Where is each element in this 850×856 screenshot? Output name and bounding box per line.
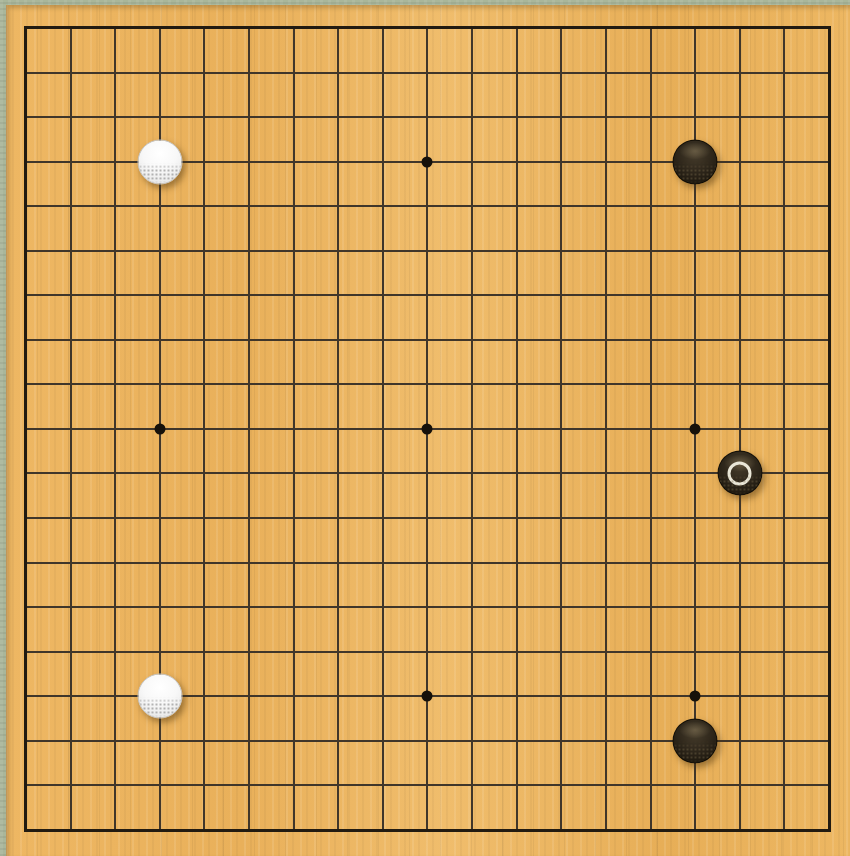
- intersection[interactable]: [494, 585, 539, 630]
- intersection[interactable]: [807, 139, 850, 184]
- intersection[interactable]: [93, 362, 138, 407]
- intersection[interactable]: [4, 496, 49, 541]
- intersection[interactable]: [4, 95, 49, 140]
- intersection[interactable]: [138, 273, 183, 318]
- intersection[interactable]: [717, 139, 762, 184]
- intersection[interactable]: [271, 718, 316, 763]
- intersection[interactable]: [227, 407, 272, 452]
- intersection[interactable]: [361, 273, 406, 318]
- intersection[interactable]: [450, 808, 495, 853]
- intersection[interactable]: [494, 95, 539, 140]
- intersection[interactable]: [628, 273, 673, 318]
- intersection[interactable]: [673, 451, 718, 496]
- intersection[interactable]: [584, 50, 629, 95]
- intersection[interactable]: [673, 318, 718, 363]
- intersection[interactable]: [539, 184, 584, 229]
- intersection[interactable]: [762, 50, 807, 95]
- intersection[interactable]: [48, 228, 93, 273]
- intersection[interactable]: [48, 718, 93, 763]
- intersection[interactable]: [48, 585, 93, 630]
- intersection[interactable]: [316, 496, 361, 541]
- intersection[interactable]: [182, 763, 227, 808]
- intersection[interactable]: [494, 228, 539, 273]
- intersection[interactable]: [316, 228, 361, 273]
- intersection[interactable]: [227, 674, 272, 719]
- intersection[interactable]: [450, 763, 495, 808]
- intersection[interactable]: [673, 139, 718, 184]
- intersection[interactable]: [762, 808, 807, 853]
- intersection[interactable]: [4, 763, 49, 808]
- intersection[interactable]: [584, 228, 629, 273]
- intersection[interactable]: [182, 184, 227, 229]
- intersection[interactable]: [182, 808, 227, 853]
- intersection[interactable]: [138, 540, 183, 585]
- intersection[interactable]: [361, 50, 406, 95]
- intersection[interactable]: [405, 718, 450, 763]
- intersection[interactable]: [539, 674, 584, 719]
- intersection[interactable]: [182, 674, 227, 719]
- intersection[interactable]: [316, 540, 361, 585]
- intersection[interactable]: [4, 318, 49, 363]
- intersection[interactable]: [807, 362, 850, 407]
- intersection[interactable]: [48, 318, 93, 363]
- intersection[interactable]: [361, 228, 406, 273]
- intersection[interactable]: [405, 50, 450, 95]
- intersection[interactable]: [93, 540, 138, 585]
- intersection[interactable]: [762, 273, 807, 318]
- intersection[interactable]: [138, 184, 183, 229]
- intersection[interactable]: [48, 139, 93, 184]
- intersection[interactable]: [93, 496, 138, 541]
- intersection[interactable]: [271, 674, 316, 719]
- intersection[interactable]: [807, 50, 850, 95]
- intersection[interactable]: [271, 496, 316, 541]
- intersection[interactable]: [182, 228, 227, 273]
- intersection[interactable]: [405, 763, 450, 808]
- intersection[interactable]: [138, 407, 183, 452]
- intersection[interactable]: [628, 318, 673, 363]
- intersection[interactable]: [138, 6, 183, 51]
- intersection[interactable]: [762, 540, 807, 585]
- intersection[interactable]: [717, 451, 762, 496]
- intersection[interactable]: [717, 496, 762, 541]
- intersection[interactable]: [138, 808, 183, 853]
- intersection[interactable]: [4, 718, 49, 763]
- intersection[interactable]: [138, 362, 183, 407]
- intersection[interactable]: [182, 273, 227, 318]
- intersection[interactable]: [628, 540, 673, 585]
- intersection[interactable]: [182, 451, 227, 496]
- intersection[interactable]: [539, 540, 584, 585]
- intersection[interactable]: [48, 496, 93, 541]
- intersection[interactable]: [361, 585, 406, 630]
- intersection[interactable]: [93, 273, 138, 318]
- intersection[interactable]: [717, 95, 762, 140]
- intersection[interactable]: [807, 273, 850, 318]
- intersection[interactable]: [628, 6, 673, 51]
- intersection[interactable]: [584, 451, 629, 496]
- intersection[interactable]: [271, 808, 316, 853]
- intersection[interactable]: [717, 273, 762, 318]
- intersection[interactable]: [361, 451, 406, 496]
- intersection[interactable]: [494, 50, 539, 95]
- intersection[interactable]: [450, 585, 495, 630]
- intersection[interactable]: [271, 763, 316, 808]
- intersection[interactable]: [4, 451, 49, 496]
- intersection[interactable]: [539, 50, 584, 95]
- intersection[interactable]: [4, 184, 49, 229]
- intersection[interactable]: [584, 496, 629, 541]
- intersection[interactable]: [138, 318, 183, 363]
- intersection[interactable]: [4, 362, 49, 407]
- intersection[interactable]: [673, 273, 718, 318]
- intersection[interactable]: [271, 273, 316, 318]
- intersection[interactable]: [93, 763, 138, 808]
- intersection[interactable]: [717, 318, 762, 363]
- intersection[interactable]: [450, 629, 495, 674]
- intersection[interactable]: [628, 674, 673, 719]
- intersection[interactable]: [450, 50, 495, 95]
- intersection[interactable]: [807, 407, 850, 452]
- intersection[interactable]: [717, 228, 762, 273]
- intersection[interactable]: [584, 362, 629, 407]
- intersection[interactable]: [673, 629, 718, 674]
- intersection[interactable]: [717, 718, 762, 763]
- intersection[interactable]: [807, 674, 850, 719]
- intersection[interactable]: [93, 808, 138, 853]
- intersection[interactable]: [494, 763, 539, 808]
- intersection[interactable]: [673, 674, 718, 719]
- intersection[interactable]: [628, 184, 673, 229]
- intersection[interactable]: [539, 318, 584, 363]
- intersection[interactable]: [717, 808, 762, 853]
- intersection[interactable]: [4, 674, 49, 719]
- intersection[interactable]: [539, 139, 584, 184]
- intersection[interactable]: [584, 273, 629, 318]
- intersection[interactable]: [227, 540, 272, 585]
- intersection[interactable]: [494, 184, 539, 229]
- intersection[interactable]: [182, 6, 227, 51]
- intersection[interactable]: [628, 228, 673, 273]
- intersection[interactable]: [762, 318, 807, 363]
- intersection[interactable]: [271, 585, 316, 630]
- intersection[interactable]: [450, 451, 495, 496]
- intersection[interactable]: [227, 184, 272, 229]
- intersection[interactable]: [361, 407, 406, 452]
- intersection[interactable]: [673, 407, 718, 452]
- intersection[interactable]: [405, 6, 450, 51]
- intersection[interactable]: [361, 718, 406, 763]
- intersection[interactable]: [717, 184, 762, 229]
- intersection[interactable]: [628, 95, 673, 140]
- intersection[interactable]: [762, 95, 807, 140]
- intersection[interactable]: [762, 674, 807, 719]
- intersection[interactable]: [628, 763, 673, 808]
- intersection[interactable]: [48, 540, 93, 585]
- intersection[interactable]: [584, 808, 629, 853]
- intersection[interactable]: [807, 451, 850, 496]
- intersection[interactable]: [539, 585, 584, 630]
- intersection[interactable]: [361, 540, 406, 585]
- intersection[interactable]: [271, 629, 316, 674]
- intersection[interactable]: [584, 674, 629, 719]
- intersection[interactable]: [361, 6, 406, 51]
- intersection[interactable]: [494, 318, 539, 363]
- intersection[interactable]: [494, 451, 539, 496]
- intersection[interactable]: [762, 407, 807, 452]
- intersection[interactable]: [450, 228, 495, 273]
- intersection[interactable]: [48, 273, 93, 318]
- intersection[interactable]: [405, 674, 450, 719]
- intersection[interactable]: [138, 674, 183, 719]
- intersection[interactable]: [628, 629, 673, 674]
- intersection[interactable]: [673, 808, 718, 853]
- intersection[interactable]: [93, 139, 138, 184]
- intersection[interactable]: [539, 763, 584, 808]
- intersection[interactable]: [539, 718, 584, 763]
- intersection[interactable]: [316, 273, 361, 318]
- intersection[interactable]: [584, 95, 629, 140]
- intersection[interactable]: [673, 763, 718, 808]
- intersection[interactable]: [48, 50, 93, 95]
- intersection[interactable]: [405, 407, 450, 452]
- intersection[interactable]: [4, 808, 49, 853]
- intersection[interactable]: [450, 407, 495, 452]
- intersection[interactable]: [4, 228, 49, 273]
- intersection[interactable]: [405, 629, 450, 674]
- intersection[interactable]: [227, 95, 272, 140]
- intersection[interactable]: [182, 50, 227, 95]
- intersection[interactable]: [271, 318, 316, 363]
- intersection[interactable]: [494, 6, 539, 51]
- intersection[interactable]: [584, 6, 629, 51]
- intersection[interactable]: [316, 808, 361, 853]
- intersection[interactable]: [494, 718, 539, 763]
- black-stone[interactable]: [717, 451, 762, 496]
- intersection[interactable]: [717, 674, 762, 719]
- intersection[interactable]: [539, 228, 584, 273]
- intersection[interactable]: [584, 139, 629, 184]
- intersection[interactable]: [361, 808, 406, 853]
- intersection[interactable]: [539, 496, 584, 541]
- intersection[interactable]: [316, 407, 361, 452]
- intersection[interactable]: [673, 585, 718, 630]
- intersection[interactable]: [227, 718, 272, 763]
- intersection[interactable]: [450, 318, 495, 363]
- intersection[interactable]: [48, 674, 93, 719]
- intersection[interactable]: [494, 407, 539, 452]
- intersection[interactable]: [138, 496, 183, 541]
- intersection[interactable]: [628, 50, 673, 95]
- intersection[interactable]: [48, 362, 93, 407]
- intersection[interactable]: [93, 50, 138, 95]
- intersection[interactable]: [494, 362, 539, 407]
- intersection[interactable]: [271, 540, 316, 585]
- intersection[interactable]: [405, 95, 450, 140]
- intersection[interactable]: [271, 228, 316, 273]
- intersection[interactable]: [807, 496, 850, 541]
- intersection[interactable]: [138, 228, 183, 273]
- intersection[interactable]: [182, 318, 227, 363]
- intersection[interactable]: [584, 629, 629, 674]
- white-stone[interactable]: [137, 674, 182, 719]
- intersection[interactable]: [539, 407, 584, 452]
- intersection[interactable]: [4, 629, 49, 674]
- intersection[interactable]: [182, 95, 227, 140]
- intersection[interactable]: [673, 362, 718, 407]
- intersection[interactable]: [361, 318, 406, 363]
- intersection[interactable]: [4, 6, 49, 51]
- intersection[interactable]: [271, 451, 316, 496]
- intersection[interactable]: [316, 95, 361, 140]
- intersection[interactable]: [316, 362, 361, 407]
- intersection[interactable]: [316, 585, 361, 630]
- intersection[interactable]: [4, 139, 49, 184]
- intersection[interactable]: [48, 808, 93, 853]
- intersection[interactable]: [316, 718, 361, 763]
- intersection[interactable]: [762, 496, 807, 541]
- intersection[interactable]: [405, 362, 450, 407]
- intersection[interactable]: [48, 184, 93, 229]
- intersection[interactable]: [807, 95, 850, 140]
- intersection[interactable]: [361, 496, 406, 541]
- black-stone[interactable]: [673, 139, 718, 184]
- intersection[interactable]: [584, 540, 629, 585]
- intersection[interactable]: [4, 50, 49, 95]
- intersection[interactable]: [762, 763, 807, 808]
- intersection[interactable]: [405, 139, 450, 184]
- intersection[interactable]: [405, 451, 450, 496]
- intersection[interactable]: [138, 139, 183, 184]
- intersection[interactable]: [584, 184, 629, 229]
- intersection[interactable]: [271, 362, 316, 407]
- intersection[interactable]: [227, 362, 272, 407]
- intersection[interactable]: [316, 451, 361, 496]
- intersection[interactable]: [182, 629, 227, 674]
- intersection[interactable]: [4, 273, 49, 318]
- intersection[interactable]: [494, 496, 539, 541]
- intersection[interactable]: [182, 585, 227, 630]
- intersection[interactable]: [494, 273, 539, 318]
- intersection[interactable]: [673, 184, 718, 229]
- intersection[interactable]: [4, 540, 49, 585]
- intersection[interactable]: [807, 318, 850, 363]
- intersection[interactable]: [93, 6, 138, 51]
- intersection[interactable]: [271, 139, 316, 184]
- intersection[interactable]: [762, 184, 807, 229]
- intersection[interactable]: [227, 496, 272, 541]
- intersection[interactable]: [584, 407, 629, 452]
- intersection[interactable]: [138, 763, 183, 808]
- intersection[interactable]: [271, 95, 316, 140]
- intersection[interactable]: [717, 50, 762, 95]
- intersection[interactable]: [227, 451, 272, 496]
- intersection[interactable]: [93, 451, 138, 496]
- intersection[interactable]: [539, 6, 584, 51]
- intersection[interactable]: [762, 451, 807, 496]
- intersection[interactable]: [227, 228, 272, 273]
- intersection[interactable]: [584, 718, 629, 763]
- intersection[interactable]: [584, 585, 629, 630]
- intersection[interactable]: [405, 273, 450, 318]
- intersection[interactable]: [361, 362, 406, 407]
- intersection[interactable]: [227, 763, 272, 808]
- intersection[interactable]: [539, 362, 584, 407]
- intersection[interactable]: [316, 763, 361, 808]
- intersection[interactable]: [628, 585, 673, 630]
- intersection[interactable]: [717, 6, 762, 51]
- intersection[interactable]: [450, 362, 495, 407]
- intersection[interactable]: [539, 273, 584, 318]
- intersection[interactable]: [138, 451, 183, 496]
- intersection[interactable]: [807, 228, 850, 273]
- intersection[interactable]: [450, 718, 495, 763]
- intersection[interactable]: [762, 6, 807, 51]
- intersection[interactable]: [93, 184, 138, 229]
- intersection[interactable]: [405, 228, 450, 273]
- intersection[interactable]: [227, 50, 272, 95]
- intersection[interactable]: [271, 6, 316, 51]
- intersection[interactable]: [717, 407, 762, 452]
- intersection[interactable]: [316, 184, 361, 229]
- intersection[interactable]: [673, 496, 718, 541]
- white-stone[interactable]: [137, 139, 182, 184]
- intersection[interactable]: [48, 95, 93, 140]
- intersection[interactable]: [762, 718, 807, 763]
- intersection[interactable]: [227, 273, 272, 318]
- intersection[interactable]: [316, 318, 361, 363]
- intersection[interactable]: [628, 496, 673, 541]
- intersection[interactable]: [584, 763, 629, 808]
- intersection[interactable]: [717, 585, 762, 630]
- intersection[interactable]: [762, 228, 807, 273]
- intersection[interactable]: [405, 540, 450, 585]
- intersection[interactable]: [539, 451, 584, 496]
- intersection[interactable]: [361, 139, 406, 184]
- intersection[interactable]: [405, 496, 450, 541]
- intersection[interactable]: [93, 95, 138, 140]
- intersection[interactable]: [405, 585, 450, 630]
- intersection[interactable]: [584, 318, 629, 363]
- intersection[interactable]: [807, 763, 850, 808]
- intersection[interactable]: [93, 318, 138, 363]
- intersection[interactable]: [450, 273, 495, 318]
- intersection[interactable]: [494, 139, 539, 184]
- black-stone[interactable]: [673, 718, 718, 763]
- intersection[interactable]: [717, 362, 762, 407]
- intersection[interactable]: [762, 139, 807, 184]
- intersection[interactable]: [48, 629, 93, 674]
- intersection[interactable]: [628, 718, 673, 763]
- intersection[interactable]: [762, 585, 807, 630]
- intersection[interactable]: [628, 139, 673, 184]
- intersection[interactable]: [539, 808, 584, 853]
- intersection[interactable]: [673, 50, 718, 95]
- intersection[interactable]: [673, 95, 718, 140]
- intersection[interactable]: [271, 184, 316, 229]
- intersection[interactable]: [182, 496, 227, 541]
- intersection[interactable]: [807, 808, 850, 853]
- intersection[interactable]: [762, 362, 807, 407]
- intersection[interactable]: [361, 629, 406, 674]
- intersection[interactable]: [494, 674, 539, 719]
- intersection[interactable]: [93, 407, 138, 452]
- intersection[interactable]: [48, 407, 93, 452]
- intersection[interactable]: [807, 6, 850, 51]
- intersection[interactable]: [48, 6, 93, 51]
- intersection[interactable]: [361, 184, 406, 229]
- intersection[interactable]: [807, 540, 850, 585]
